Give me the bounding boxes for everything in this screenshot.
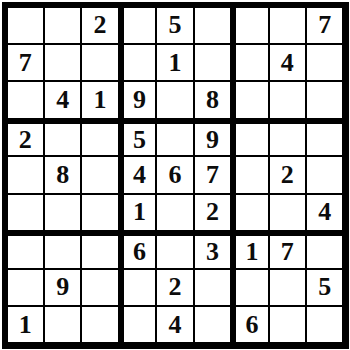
cell-r6c1[interactable] [8,195,43,230]
cell-r3c6[interactable]: 8 [195,82,230,117]
cell-r3c2[interactable]: 4 [45,82,80,117]
cell-r1c4[interactable] [120,8,155,43]
cell-r7c9[interactable] [307,232,342,267]
cell-r1c3[interactable]: 2 [82,8,117,43]
cell-r6c7[interactable] [232,195,267,230]
cell-r4c6[interactable]: 9 [195,120,230,155]
cell-r8c6[interactable] [195,270,230,305]
cell-r6c9[interactable]: 4 [307,195,342,230]
cell-r7c1[interactable] [8,232,43,267]
cell-r2c1[interactable]: 7 [8,45,43,80]
cell-r4c7[interactable] [232,120,267,155]
cell-r6c8[interactable] [270,195,305,230]
cell-r1c1[interactable] [8,8,43,43]
cell-r4c4[interactable]: 5 [120,120,155,155]
cell-r3c1[interactable] [8,82,43,117]
cell-r7c2[interactable] [45,232,80,267]
cell-r9c4[interactable] [120,307,155,342]
cell-r4c3[interactable] [82,120,117,155]
sudoku-page: 2577144198259846721246317925146 [0,0,350,350]
cell-r3c9[interactable] [307,82,342,117]
cell-r2c8[interactable]: 4 [270,45,305,80]
cell-r1c9[interactable]: 7 [307,8,342,43]
cell-r5c3[interactable] [82,157,117,192]
cell-r4c5[interactable] [157,120,192,155]
cell-r8c9[interactable]: 5 [307,270,342,305]
cell-r2c4[interactable] [120,45,155,80]
cell-r7c8[interactable]: 7 [270,232,305,267]
cell-r8c3[interactable] [82,270,117,305]
cell-r1c2[interactable] [45,8,80,43]
cell-r3c7[interactable] [232,82,267,117]
cell-r2c3[interactable] [82,45,117,80]
cell-r8c4[interactable] [120,270,155,305]
cell-r2c5[interactable]: 1 [157,45,192,80]
cell-r1c5[interactable]: 5 [157,8,192,43]
cell-r5c4[interactable]: 4 [120,157,155,192]
cell-r5c9[interactable] [307,157,342,192]
cell-r7c4[interactable]: 6 [120,232,155,267]
cell-r6c5[interactable] [157,195,192,230]
cell-r5c6[interactable]: 7 [195,157,230,192]
cell-r7c6[interactable]: 3 [195,232,230,267]
cell-r9c2[interactable] [45,307,80,342]
cell-r9c3[interactable] [82,307,117,342]
cell-r6c2[interactable] [45,195,80,230]
cell-r4c9[interactable] [307,120,342,155]
cell-r8c1[interactable] [8,270,43,305]
cell-r7c5[interactable] [157,232,192,267]
cell-r5c1[interactable] [8,157,43,192]
cell-r7c3[interactable] [82,232,117,267]
cell-r9c8[interactable] [270,307,305,342]
cell-r2c7[interactable] [232,45,267,80]
cell-r8c5[interactable]: 2 [157,270,192,305]
cell-r9c9[interactable] [307,307,342,342]
cell-r2c2[interactable] [45,45,80,80]
cell-r5c8[interactable]: 2 [270,157,305,192]
cell-r8c8[interactable] [270,270,305,305]
cell-r5c5[interactable]: 6 [157,157,192,192]
cell-r8c2[interactable]: 9 [45,270,80,305]
cell-r1c6[interactable] [195,8,230,43]
cell-r4c8[interactable] [270,120,305,155]
sudoku-board: 2577144198259846721246317925146 [2,2,349,349]
cell-r3c3[interactable]: 1 [82,82,117,117]
cell-r1c8[interactable] [270,8,305,43]
cell-r1c7[interactable] [232,8,267,43]
cell-r5c2[interactable]: 8 [45,157,80,192]
cell-r6c6[interactable]: 2 [195,195,230,230]
cell-r5c7[interactable] [232,157,267,192]
cell-r9c6[interactable] [195,307,230,342]
cell-r3c4[interactable]: 9 [120,82,155,117]
cell-r2c6[interactable] [195,45,230,80]
cell-r7c7[interactable]: 1 [232,232,267,267]
cell-r9c7[interactable]: 6 [232,307,267,342]
cell-r6c3[interactable] [82,195,117,230]
cell-r4c2[interactable] [45,120,80,155]
cell-r8c7[interactable] [232,270,267,305]
cell-r4c1[interactable]: 2 [8,120,43,155]
cell-r2c9[interactable] [307,45,342,80]
cell-r9c5[interactable]: 4 [157,307,192,342]
cell-r6c4[interactable]: 1 [120,195,155,230]
cell-r3c8[interactable] [270,82,305,117]
cell-r3c5[interactable] [157,82,192,117]
cell-r9c1[interactable]: 1 [8,307,43,342]
